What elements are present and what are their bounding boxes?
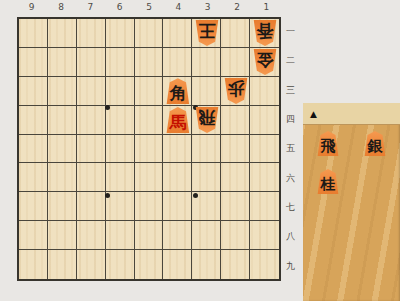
- cell-52[interactable]: [135, 48, 164, 77]
- cell-55[interactable]: [135, 135, 164, 164]
- cell-32[interactable]: [192, 48, 221, 77]
- cell-59[interactable]: [135, 250, 164, 279]
- file-label-9: 9: [17, 2, 46, 12]
- cell-24[interactable]: [221, 106, 250, 135]
- rank-label-5: 五: [286, 134, 295, 163]
- cell-25[interactable]: [221, 135, 250, 164]
- rank-label-7: 七: [286, 193, 295, 222]
- cell-58[interactable]: [135, 221, 164, 250]
- cell-78[interactable]: [77, 221, 106, 250]
- cell-84[interactable]: [48, 106, 77, 135]
- cell-45[interactable]: [163, 135, 192, 164]
- rank-label-8: 八: [286, 222, 295, 251]
- cell-73[interactable]: [77, 77, 106, 106]
- cell-22[interactable]: [221, 48, 250, 77]
- file-labels: 987654321: [17, 2, 281, 12]
- cell-98[interactable]: [19, 221, 48, 250]
- star-point: [105, 193, 110, 198]
- cell-87[interactable]: [48, 192, 77, 221]
- cell-19[interactable]: [250, 250, 279, 279]
- cell-15[interactable]: [250, 135, 279, 164]
- file-label-3: 3: [193, 2, 222, 12]
- hand-row-2: 桂: [303, 169, 400, 194]
- rank-label-1: 一: [286, 17, 295, 46]
- cell-82[interactable]: [48, 48, 77, 77]
- cell-16[interactable]: [250, 163, 279, 192]
- cell-86[interactable]: [48, 163, 77, 192]
- cell-38[interactable]: [192, 221, 221, 250]
- cell-92[interactable]: [19, 48, 48, 77]
- cell-89[interactable]: [48, 250, 77, 279]
- cell-93[interactable]: [19, 77, 48, 106]
- cell-94[interactable]: [19, 106, 48, 135]
- cell-99[interactable]: [19, 250, 48, 279]
- cell-35[interactable]: [192, 135, 221, 164]
- cell-27[interactable]: [221, 192, 250, 221]
- hand-piece-桂[interactable]: 桂: [317, 169, 339, 194]
- cell-13[interactable]: [250, 77, 279, 106]
- komadai-lip: ▲: [303, 103, 400, 125]
- cell-48[interactable]: [163, 221, 192, 250]
- hand-piece-銀[interactable]: 銀: [364, 131, 386, 156]
- rank-label-3: 三: [286, 76, 295, 105]
- file-label-2: 2: [222, 2, 251, 12]
- cell-33[interactable]: [192, 77, 221, 106]
- cell-62[interactable]: [106, 48, 135, 77]
- cell-51[interactable]: [135, 19, 164, 48]
- cell-28[interactable]: [221, 221, 250, 250]
- cell-68[interactable]: [106, 221, 135, 250]
- rank-label-2: 二: [286, 46, 295, 75]
- rank-label-6: 六: [286, 164, 295, 193]
- cell-72[interactable]: [77, 48, 106, 77]
- board-grid: [19, 19, 279, 279]
- cell-79[interactable]: [77, 250, 106, 279]
- cell-53[interactable]: [135, 77, 164, 106]
- cell-63[interactable]: [106, 77, 135, 106]
- hand-row-1: 飛銀: [303, 131, 400, 156]
- cell-26[interactable]: [221, 163, 250, 192]
- cell-91[interactable]: [19, 19, 48, 48]
- cell-95[interactable]: [19, 135, 48, 164]
- cell-66[interactable]: [106, 163, 135, 192]
- star-point: [193, 193, 198, 198]
- rank-label-4: 四: [286, 105, 295, 134]
- star-point: [105, 105, 110, 110]
- cell-18[interactable]: [250, 221, 279, 250]
- cell-21[interactable]: [221, 19, 250, 48]
- cell-69[interactable]: [106, 250, 135, 279]
- cell-81[interactable]: [48, 19, 77, 48]
- cell-88[interactable]: [48, 221, 77, 250]
- cell-85[interactable]: [48, 135, 77, 164]
- rank-labels: 一二三四五六七八九: [286, 17, 295, 281]
- file-label-6: 6: [105, 2, 134, 12]
- cell-46[interactable]: [163, 163, 192, 192]
- cell-96[interactable]: [19, 163, 48, 192]
- sente-komadai: ▲ 飛銀桂: [303, 103, 400, 301]
- cell-17[interactable]: [250, 192, 279, 221]
- file-label-1: 1: [252, 2, 281, 12]
- cell-36[interactable]: [192, 163, 221, 192]
- cell-56[interactable]: [135, 163, 164, 192]
- cell-29[interactable]: [221, 250, 250, 279]
- hand-piece-飛[interactable]: 飛: [317, 131, 339, 156]
- cell-65[interactable]: [106, 135, 135, 164]
- cell-64[interactable]: [106, 106, 135, 135]
- cell-97[interactable]: [19, 192, 48, 221]
- cell-74[interactable]: [77, 106, 106, 135]
- file-label-5: 5: [134, 2, 163, 12]
- cell-83[interactable]: [48, 77, 77, 106]
- cell-42[interactable]: [163, 48, 192, 77]
- cell-67[interactable]: [106, 192, 135, 221]
- cell-47[interactable]: [163, 192, 192, 221]
- cell-54[interactable]: [135, 106, 164, 135]
- cell-75[interactable]: [77, 135, 106, 164]
- cell-49[interactable]: [163, 250, 192, 279]
- rank-label-9: 九: [286, 252, 295, 281]
- cell-39[interactable]: [192, 250, 221, 279]
- shogi-board: 王香金歩飛角馬: [17, 17, 281, 281]
- cell-57[interactable]: [135, 192, 164, 221]
- cell-61[interactable]: [106, 19, 135, 48]
- cell-76[interactable]: [77, 163, 106, 192]
- cell-77[interactable]: [77, 192, 106, 221]
- cell-14[interactable]: [250, 106, 279, 135]
- file-label-4: 4: [164, 2, 193, 12]
- sente-hand-marker: ▲: [310, 109, 317, 119]
- shogi-diagram: 987654321 王香金歩飛角馬 一二三四五六七八九 ▲ 飛銀桂: [0, 0, 400, 301]
- sente-hand-pieces: 飛銀桂: [303, 131, 400, 207]
- file-label-8: 8: [46, 2, 75, 12]
- file-label-7: 7: [76, 2, 105, 12]
- cell-41[interactable]: [163, 19, 192, 48]
- cell-71[interactable]: [77, 19, 106, 48]
